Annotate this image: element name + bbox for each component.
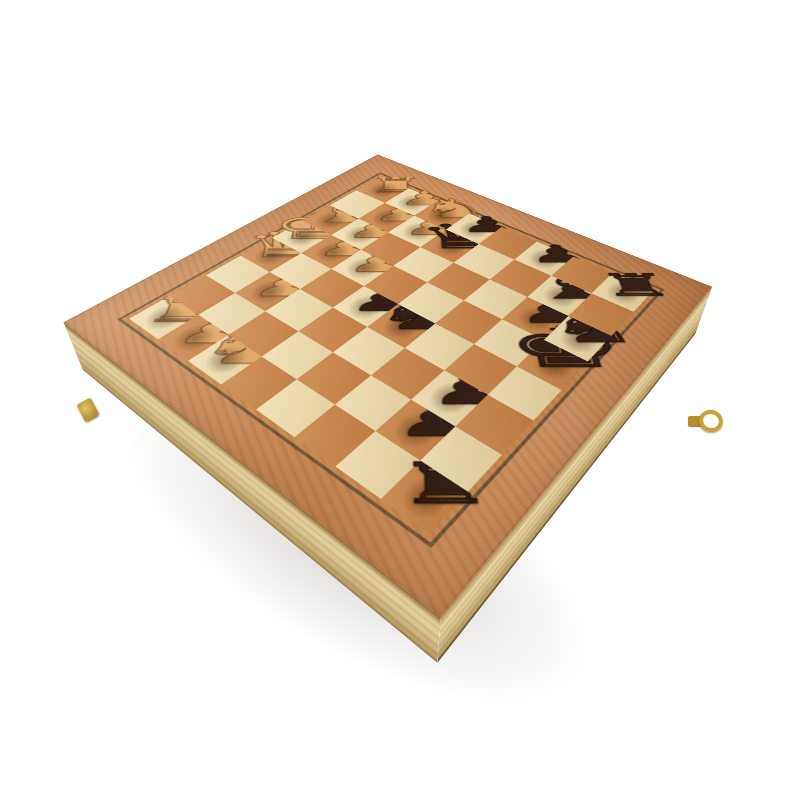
piece-black-king[interactable]: ♚ bbox=[503, 322, 633, 375]
square-e8[interactable]: ♚ bbox=[516, 340, 587, 390]
square-c4[interactable] bbox=[298, 308, 367, 353]
board-inner-border: ♜♛♚♝♜♟♟♟♟♟♟♞♟♟♞♟♛♟♞♟♟♟♟♝♜♚♞♜ bbox=[117, 172, 664, 547]
square-a3[interactable]: ♞ bbox=[188, 335, 261, 384]
piece-black-queen[interactable]: ♛ bbox=[418, 219, 511, 252]
piece-white-pawn[interactable]: ♟ bbox=[346, 251, 407, 275]
square-c6[interactable] bbox=[371, 348, 444, 400]
piece-white-pawn[interactable]: ♟ bbox=[249, 274, 317, 300]
square-b8[interactable] bbox=[419, 426, 502, 492]
square-b7[interactable]: ♟ bbox=[375, 400, 455, 461]
square-a4[interactable] bbox=[221, 357, 296, 410]
piece-black-pawn[interactable]: ♟ bbox=[429, 373, 507, 409]
piece-white-queen[interactable]: ♛ bbox=[238, 227, 335, 261]
square-c7[interactable]: ♟ bbox=[411, 371, 487, 427]
square-d8[interactable] bbox=[487, 366, 562, 421]
square-d5[interactable]: ♞ bbox=[367, 304, 435, 348]
piece-white-knight[interactable]: ♞ bbox=[194, 328, 293, 369]
square-c5[interactable] bbox=[333, 327, 404, 375]
square-b5[interactable] bbox=[296, 352, 370, 404]
brass-latch-icon bbox=[688, 404, 718, 438]
scene: ♜♛♚♝♜♟♟♟♟♟♟♞♟♟♞♟♛♟♞♟♟♟♟♝♜♚♞♜ bbox=[0, 0, 800, 800]
square-d6[interactable] bbox=[404, 323, 474, 370]
piece-black-rook[interactable]: ♜ bbox=[397, 457, 497, 511]
piece-black-knight[interactable]: ♞ bbox=[375, 298, 462, 335]
square-c8[interactable] bbox=[455, 395, 533, 455]
square-d7[interactable] bbox=[444, 344, 516, 395]
chess-box: ♜♛♚♝♜♟♟♟♟♟♟♞♟♟♞♟♛♟♞♟♟♟♟♝♜♚♞♜ bbox=[64, 154, 713, 618]
square-a7[interactable] bbox=[335, 431, 419, 498]
square-a6[interactable] bbox=[294, 405, 375, 467]
square-b6[interactable] bbox=[334, 375, 411, 431]
piece-black-pawn[interactable]: ♟ bbox=[525, 243, 591, 266]
piece-black-pawn[interactable]: ♟ bbox=[396, 402, 476, 442]
square-a8[interactable]: ♜ bbox=[380, 461, 467, 534]
board-frame: ♜♛♚♝♜♟♟♟♟♟♟♞♟♟♞♟♛♟♞♟♟♟♟♝♜♚♞♜ bbox=[64, 154, 713, 618]
square-a5[interactable] bbox=[256, 380, 334, 437]
